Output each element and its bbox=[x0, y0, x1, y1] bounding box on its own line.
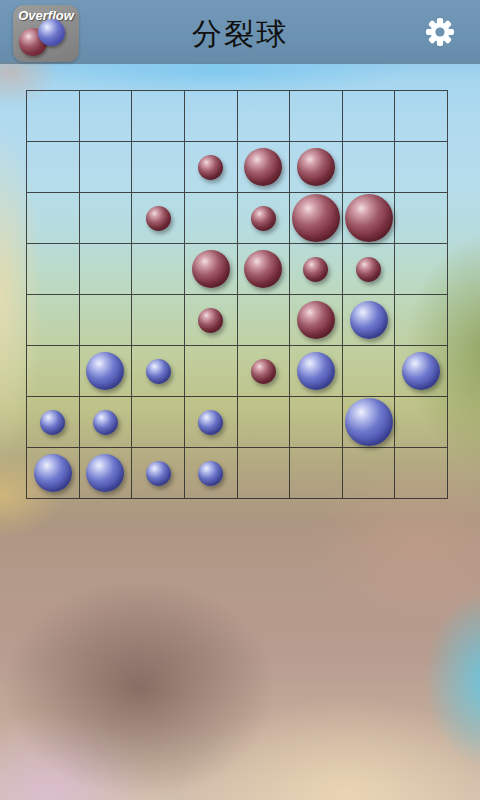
red-ball-size-2 bbox=[192, 250, 230, 288]
board-cell-r7c6[interactable] bbox=[290, 397, 343, 448]
board-cell-r6c8[interactable] bbox=[395, 346, 448, 397]
blue-ball-size-2 bbox=[297, 352, 335, 390]
board-cell-r5c1[interactable] bbox=[27, 295, 80, 346]
board-cell-r8c2[interactable] bbox=[80, 448, 133, 499]
board-cell-r2c8[interactable] bbox=[395, 142, 448, 193]
board-cell-r3c1[interactable] bbox=[27, 193, 80, 244]
board-cell-r5c3[interactable] bbox=[132, 295, 185, 346]
board-cell-r7c4[interactable] bbox=[185, 397, 238, 448]
board-cell-r6c7[interactable] bbox=[343, 346, 396, 397]
board-cell-r6c3[interactable] bbox=[132, 346, 185, 397]
board-cell-r3c2[interactable] bbox=[80, 193, 133, 244]
red-ball-size-1 bbox=[303, 257, 328, 282]
board-cell-r3c8[interactable] bbox=[395, 193, 448, 244]
board-cell-r1c4[interactable] bbox=[185, 91, 238, 142]
board-cell-r1c6[interactable] bbox=[290, 91, 343, 142]
board-cell-r6c5[interactable] bbox=[238, 346, 291, 397]
board-cell-r1c7[interactable] bbox=[343, 91, 396, 142]
board-cell-r7c5[interactable] bbox=[238, 397, 291, 448]
blue-ball-size-1 bbox=[198, 410, 223, 435]
board-cell-r4c7[interactable] bbox=[343, 244, 396, 295]
board-cell-r2c6[interactable] bbox=[290, 142, 343, 193]
board-cell-r7c1[interactable] bbox=[27, 397, 80, 448]
board-cell-r4c5[interactable] bbox=[238, 244, 291, 295]
settings-button[interactable] bbox=[422, 15, 458, 51]
red-ball-size-1 bbox=[356, 257, 381, 282]
red-ball-size-2 bbox=[297, 301, 335, 339]
board-cell-r6c1[interactable] bbox=[27, 346, 80, 397]
board-cell-r8c3[interactable] bbox=[132, 448, 185, 499]
board-cell-r4c8[interactable] bbox=[395, 244, 448, 295]
blue-ball-size-1 bbox=[198, 461, 223, 486]
board-cell-r7c8[interactable] bbox=[395, 397, 448, 448]
board-cell-r1c8[interactable] bbox=[395, 91, 448, 142]
board-cell-r5c5[interactable] bbox=[238, 295, 291, 346]
header-bar: Overflow 分裂球 bbox=[0, 0, 480, 63]
gear-icon bbox=[424, 16, 456, 48]
board-cell-r7c2[interactable] bbox=[80, 397, 133, 448]
blue-ball-size-2 bbox=[402, 352, 440, 390]
board-cell-r8c6[interactable] bbox=[290, 448, 343, 499]
board-cell-r5c2[interactable] bbox=[80, 295, 133, 346]
board-cell-r3c5[interactable] bbox=[238, 193, 291, 244]
red-ball-size-1 bbox=[251, 359, 276, 384]
board-cell-r6c2[interactable] bbox=[80, 346, 133, 397]
blue-ball-size-3 bbox=[345, 398, 393, 446]
board-cell-r4c1[interactable] bbox=[27, 244, 80, 295]
red-ball-size-3 bbox=[345, 194, 393, 242]
board-cell-r8c5[interactable] bbox=[238, 448, 291, 499]
red-ball-size-2 bbox=[244, 250, 282, 288]
board-cell-r2c7[interactable] bbox=[343, 142, 396, 193]
blue-ball-size-2 bbox=[86, 454, 124, 492]
board-cell-r6c6[interactable] bbox=[290, 346, 343, 397]
board-cell-r1c1[interactable] bbox=[27, 91, 80, 142]
board-cell-r2c5[interactable] bbox=[238, 142, 291, 193]
blue-ball-size-1 bbox=[93, 410, 118, 435]
red-ball-size-1 bbox=[251, 206, 276, 231]
board-cell-r1c5[interactable] bbox=[238, 91, 291, 142]
red-ball-size-1 bbox=[146, 206, 171, 231]
blue-ball-size-2 bbox=[34, 454, 72, 492]
board-cell-r3c7[interactable] bbox=[343, 193, 396, 244]
board-cell-r4c3[interactable] bbox=[132, 244, 185, 295]
board-cell-r2c1[interactable] bbox=[27, 142, 80, 193]
blue-ball-size-2 bbox=[350, 301, 388, 339]
board-cell-r8c1[interactable] bbox=[27, 448, 80, 499]
red-ball-size-1 bbox=[198, 155, 223, 180]
board-cell-r8c8[interactable] bbox=[395, 448, 448, 499]
blue-ball-size-2 bbox=[86, 352, 124, 390]
board-cell-r5c7[interactable] bbox=[343, 295, 396, 346]
red-ball-size-2 bbox=[244, 148, 282, 186]
page-title: 分裂球 bbox=[0, 14, 480, 55]
red-ball-size-3 bbox=[292, 194, 340, 242]
board-cell-r5c6[interactable] bbox=[290, 295, 343, 346]
board-cell-r5c8[interactable] bbox=[395, 295, 448, 346]
board-cell-r3c4[interactable] bbox=[185, 193, 238, 244]
game-board bbox=[26, 90, 448, 499]
board-cell-r1c2[interactable] bbox=[80, 91, 133, 142]
board-cell-r6c4[interactable] bbox=[185, 346, 238, 397]
board-cell-r4c6[interactable] bbox=[290, 244, 343, 295]
board-cell-r7c3[interactable] bbox=[132, 397, 185, 448]
board-cell-r2c2[interactable] bbox=[80, 142, 133, 193]
board-cell-r4c2[interactable] bbox=[80, 244, 133, 295]
board-cell-r5c4[interactable] bbox=[185, 295, 238, 346]
board-cell-r7c7[interactable] bbox=[343, 397, 396, 448]
board-cell-r3c3[interactable] bbox=[132, 193, 185, 244]
blue-ball-size-1 bbox=[146, 461, 171, 486]
board-cell-r8c4[interactable] bbox=[185, 448, 238, 499]
red-ball-size-1 bbox=[198, 308, 223, 333]
board-cell-r3c6[interactable] bbox=[290, 193, 343, 244]
board-cell-r2c3[interactable] bbox=[132, 142, 185, 193]
board-cell-r4c4[interactable] bbox=[185, 244, 238, 295]
blue-ball-size-1 bbox=[40, 410, 65, 435]
board-cell-r2c4[interactable] bbox=[185, 142, 238, 193]
board-cell-r8c7[interactable] bbox=[343, 448, 396, 499]
red-ball-size-2 bbox=[297, 148, 335, 186]
blue-ball-size-1 bbox=[146, 359, 171, 384]
board-cell-r1c3[interactable] bbox=[132, 91, 185, 142]
